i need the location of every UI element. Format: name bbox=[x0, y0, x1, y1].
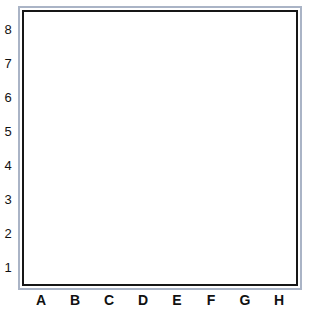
rank-label-3: 3 bbox=[0, 182, 16, 216]
rank-label-2: 2 bbox=[0, 216, 16, 250]
rank-label-5: 5 bbox=[0, 114, 16, 148]
file-label-f: F bbox=[194, 292, 228, 312]
rank-label-7: 7 bbox=[0, 46, 16, 80]
rank-label-4: 4 bbox=[0, 148, 16, 182]
file-label-a: A bbox=[24, 292, 58, 312]
file-label-h: H bbox=[262, 292, 296, 312]
file-label-e: E bbox=[160, 292, 194, 312]
board-frame bbox=[18, 6, 302, 290]
rank-label-1: 1 bbox=[0, 250, 16, 284]
file-label-b: B bbox=[58, 292, 92, 312]
rank-label-6: 6 bbox=[0, 80, 16, 114]
file-labels: A B C D E F G H bbox=[24, 292, 296, 312]
board-border bbox=[22, 10, 298, 286]
rank-labels: 8 7 6 5 4 3 2 1 bbox=[0, 12, 16, 284]
file-label-g: G bbox=[228, 292, 262, 312]
chess-board bbox=[24, 12, 296, 284]
file-label-c: C bbox=[92, 292, 126, 312]
file-label-d: D bbox=[126, 292, 160, 312]
chess-diagram: 8 7 6 5 4 3 2 1 A B C D E F G H bbox=[0, 0, 314, 320]
rank-label-8: 8 bbox=[0, 12, 16, 46]
